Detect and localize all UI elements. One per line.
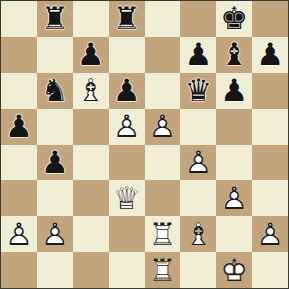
white-bishop-icon[interactable]: ♝♗ (73, 73, 109, 109)
square-c8[interactable] (73, 1, 109, 37)
black-pawn-icon[interactable]: ♟ (37, 145, 73, 181)
black-rook-icon[interactable]: ♜ (109, 1, 145, 37)
square-e3[interactable] (145, 180, 181, 216)
square-h7[interactable]: ♟ (252, 37, 288, 73)
white-pawn-icon[interactable]: ♟♙ (109, 109, 145, 145)
white-rook-icon[interactable]: ♜♖ (145, 252, 181, 288)
black-pawn-icon[interactable]: ♟ (180, 37, 216, 73)
white-rook-icon[interactable]: ♜♖ (145, 216, 181, 252)
black-pawn-icon[interactable]: ♟ (109, 73, 145, 109)
square-g6[interactable]: ♟ (216, 73, 252, 109)
square-e4[interactable] (145, 145, 181, 181)
square-g1[interactable]: ♚♔ (216, 252, 252, 288)
square-g3[interactable]: ♟♙ (216, 180, 252, 216)
white-pawn-icon[interactable]: ♟♙ (145, 109, 181, 145)
square-c6[interactable]: ♝♗ (73, 73, 109, 109)
square-e8[interactable] (145, 1, 181, 37)
square-f4[interactable]: ♟♙ (180, 145, 216, 181)
square-f5[interactable] (180, 109, 216, 145)
square-c1[interactable] (73, 252, 109, 288)
square-h8[interactable] (252, 1, 288, 37)
square-a3[interactable] (1, 180, 37, 216)
black-rook-icon[interactable]: ♜ (37, 1, 73, 37)
square-g5[interactable] (216, 109, 252, 145)
square-f8[interactable] (180, 1, 216, 37)
square-h5[interactable] (252, 109, 288, 145)
black-knight-icon[interactable]: ♞ (37, 73, 73, 109)
square-f2[interactable]: ♝♗ (180, 216, 216, 252)
white-queen-icon[interactable]: ♛♕ (109, 180, 145, 216)
square-f6[interactable]: ♛ (180, 73, 216, 109)
square-g4[interactable] (216, 145, 252, 181)
square-a1[interactable] (1, 252, 37, 288)
square-e5[interactable]: ♟♙ (145, 109, 181, 145)
white-pawn-icon[interactable]: ♟♙ (37, 216, 73, 252)
black-pawn-icon[interactable]: ♟ (252, 37, 288, 73)
square-f7[interactable]: ♟ (180, 37, 216, 73)
chess-board: ♜♜♚♟♟♝♟♞♝♗♟♛♟♟♟♙♟♙♟♟♙♛♕♟♙♟♙♟♙♜♖♝♗♟♙♜♖♚♔ (0, 0, 289, 289)
square-h1[interactable] (252, 252, 288, 288)
square-a2[interactable]: ♟♙ (1, 216, 37, 252)
white-pawn-icon[interactable]: ♟♙ (180, 145, 216, 181)
white-bishop-icon[interactable]: ♝♗ (180, 216, 216, 252)
square-d2[interactable] (109, 216, 145, 252)
square-d8[interactable]: ♜ (109, 1, 145, 37)
square-a8[interactable] (1, 1, 37, 37)
white-pawn-icon[interactable]: ♟♙ (1, 216, 37, 252)
square-e6[interactable] (145, 73, 181, 109)
square-e2[interactable]: ♜♖ (145, 216, 181, 252)
square-c3[interactable] (73, 180, 109, 216)
square-g7[interactable]: ♝ (216, 37, 252, 73)
black-bishop-icon[interactable]: ♝ (216, 37, 252, 73)
square-d1[interactable] (109, 252, 145, 288)
white-king-icon[interactable]: ♚♔ (216, 252, 252, 288)
square-e1[interactable]: ♜♖ (145, 252, 181, 288)
black-pawn-icon[interactable]: ♟ (216, 73, 252, 109)
square-c7[interactable]: ♟ (73, 37, 109, 73)
square-h6[interactable] (252, 73, 288, 109)
black-pawn-icon[interactable]: ♟ (73, 37, 109, 73)
black-queen-icon[interactable]: ♛ (180, 73, 216, 109)
square-c2[interactable] (73, 216, 109, 252)
square-a4[interactable] (1, 145, 37, 181)
square-b3[interactable] (37, 180, 73, 216)
square-b5[interactable] (37, 109, 73, 145)
square-b2[interactable]: ♟♙ (37, 216, 73, 252)
square-a5[interactable]: ♟ (1, 109, 37, 145)
square-b8[interactable]: ♜ (37, 1, 73, 37)
square-b6[interactable]: ♞ (37, 73, 73, 109)
white-pawn-icon[interactable]: ♟♙ (216, 180, 252, 216)
square-e7[interactable] (145, 37, 181, 73)
square-h3[interactable] (252, 180, 288, 216)
square-d5[interactable]: ♟♙ (109, 109, 145, 145)
square-a7[interactable] (1, 37, 37, 73)
square-g8[interactable]: ♚ (216, 1, 252, 37)
square-a6[interactable] (1, 73, 37, 109)
square-f3[interactable] (180, 180, 216, 216)
square-d7[interactable] (109, 37, 145, 73)
square-d6[interactable]: ♟ (109, 73, 145, 109)
square-d4[interactable] (109, 145, 145, 181)
square-c5[interactable] (73, 109, 109, 145)
square-g2[interactable] (216, 216, 252, 252)
black-king-icon[interactable]: ♚ (216, 1, 252, 37)
square-b1[interactable] (37, 252, 73, 288)
square-b7[interactable] (37, 37, 73, 73)
square-c4[interactable] (73, 145, 109, 181)
square-b4[interactable]: ♟ (37, 145, 73, 181)
square-h4[interactable] (252, 145, 288, 181)
square-f1[interactable] (180, 252, 216, 288)
square-d3[interactable]: ♛♕ (109, 180, 145, 216)
black-pawn-icon[interactable]: ♟ (1, 109, 37, 145)
white-pawn-icon[interactable]: ♟♙ (252, 216, 288, 252)
square-h2[interactable]: ♟♙ (252, 216, 288, 252)
